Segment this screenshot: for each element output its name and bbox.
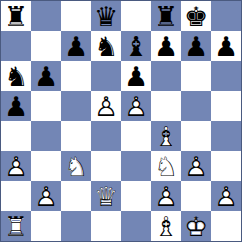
square-a2[interactable]	[1, 181, 31, 211]
black-rook: ♜	[1, 1, 31, 31]
white-bishop: ♝♗	[151, 211, 181, 241]
square-e2[interactable]	[121, 181, 151, 211]
white-pawn: ♟♙	[31, 181, 61, 211]
square-b2[interactable]: ♟♙	[31, 181, 61, 211]
square-e8[interactable]	[121, 1, 151, 31]
square-c5[interactable]	[61, 91, 91, 121]
square-d6[interactable]	[91, 61, 121, 91]
square-d4[interactable]	[91, 121, 121, 151]
white-pawn: ♟♙	[211, 181, 241, 211]
square-g4[interactable]	[181, 121, 211, 151]
square-d8[interactable]: ♛	[91, 1, 121, 31]
square-f4[interactable]: ♝♗	[151, 121, 181, 151]
square-a8[interactable]: ♜	[1, 1, 31, 31]
square-f3[interactable]: ♞♘	[151, 151, 181, 181]
square-d3[interactable]	[91, 151, 121, 181]
square-c2[interactable]	[61, 181, 91, 211]
white-pawn: ♟♙	[151, 181, 181, 211]
white-knight: ♞♘	[151, 151, 181, 181]
black-rook: ♜	[151, 1, 181, 31]
white-pawn: ♟♙	[1, 151, 31, 181]
square-g7[interactable]: ♟	[181, 31, 211, 61]
white-knight: ♞♘	[61, 151, 91, 181]
square-h8[interactable]	[211, 1, 241, 31]
square-g2[interactable]	[181, 181, 211, 211]
square-h7[interactable]: ♟	[211, 31, 241, 61]
square-g5[interactable]	[181, 91, 211, 121]
chess-board: ♜♛♜♚♟♞♝♟♟♟♞♟♟♟♟♙♟♙♝♗♟♙♞♘♞♘♟♙♟♙♛♕♟♙♟♙♜♖♝♗…	[0, 0, 242, 242]
square-f8[interactable]: ♜	[151, 1, 181, 31]
black-pawn: ♟	[151, 31, 181, 61]
white-pawn: ♟♙	[91, 91, 121, 121]
square-f7[interactable]: ♟	[151, 31, 181, 61]
black-pawn: ♟	[31, 61, 61, 91]
black-pawn: ♟	[121, 61, 151, 91]
white-bishop: ♝♗	[151, 121, 181, 151]
square-a1[interactable]: ♜♖	[1, 211, 31, 241]
white-rook: ♜♖	[1, 211, 31, 241]
square-c1[interactable]	[61, 211, 91, 241]
square-f6[interactable]	[151, 61, 181, 91]
square-c3[interactable]: ♞♘	[61, 151, 91, 181]
square-e7[interactable]: ♝	[121, 31, 151, 61]
square-f2[interactable]: ♟♙	[151, 181, 181, 211]
black-knight: ♞	[91, 31, 121, 61]
square-h3[interactable]	[211, 151, 241, 181]
square-b5[interactable]	[31, 91, 61, 121]
square-f1[interactable]: ♝♗	[151, 211, 181, 241]
square-d7[interactable]: ♞	[91, 31, 121, 61]
square-e3[interactable]	[121, 151, 151, 181]
square-a6[interactable]: ♞	[1, 61, 31, 91]
black-pawn: ♟	[1, 91, 31, 121]
square-g1[interactable]: ♚♔	[181, 211, 211, 241]
square-h4[interactable]	[211, 121, 241, 151]
square-e6[interactable]: ♟	[121, 61, 151, 91]
square-d2[interactable]: ♛♕	[91, 181, 121, 211]
white-pawn: ♟♙	[181, 151, 211, 181]
square-h2[interactable]: ♟♙	[211, 181, 241, 211]
black-king: ♚	[181, 1, 211, 31]
black-bishop: ♝	[121, 31, 151, 61]
square-e1[interactable]	[121, 211, 151, 241]
square-a3[interactable]: ♟♙	[1, 151, 31, 181]
square-d1[interactable]	[91, 211, 121, 241]
square-g6[interactable]	[181, 61, 211, 91]
white-queen: ♛♕	[91, 181, 121, 211]
square-b4[interactable]	[31, 121, 61, 151]
square-c7[interactable]: ♟	[61, 31, 91, 61]
black-pawn: ♟	[181, 31, 211, 61]
black-knight: ♞	[1, 61, 31, 91]
white-king: ♚♔	[181, 211, 211, 241]
square-e4[interactable]	[121, 121, 151, 151]
square-b1[interactable]	[31, 211, 61, 241]
square-b7[interactable]	[31, 31, 61, 61]
square-c4[interactable]	[61, 121, 91, 151]
square-c8[interactable]	[61, 1, 91, 31]
square-c6[interactable]	[61, 61, 91, 91]
black-queen: ♛	[91, 1, 121, 31]
black-pawn: ♟	[211, 31, 241, 61]
square-g8[interactable]: ♚	[181, 1, 211, 31]
square-g3[interactable]: ♟♙	[181, 151, 211, 181]
white-pawn: ♟♙	[121, 91, 151, 121]
square-b3[interactable]	[31, 151, 61, 181]
square-a7[interactable]	[1, 31, 31, 61]
square-h1[interactable]	[211, 211, 241, 241]
black-pawn: ♟	[61, 31, 91, 61]
square-a5[interactable]: ♟	[1, 91, 31, 121]
square-b8[interactable]	[31, 1, 61, 31]
square-h5[interactable]	[211, 91, 241, 121]
square-f5[interactable]	[151, 91, 181, 121]
square-a4[interactable]	[1, 121, 31, 151]
square-d5[interactable]: ♟♙	[91, 91, 121, 121]
square-h6[interactable]	[211, 61, 241, 91]
square-e5[interactable]: ♟♙	[121, 91, 151, 121]
square-b6[interactable]: ♟	[31, 61, 61, 91]
